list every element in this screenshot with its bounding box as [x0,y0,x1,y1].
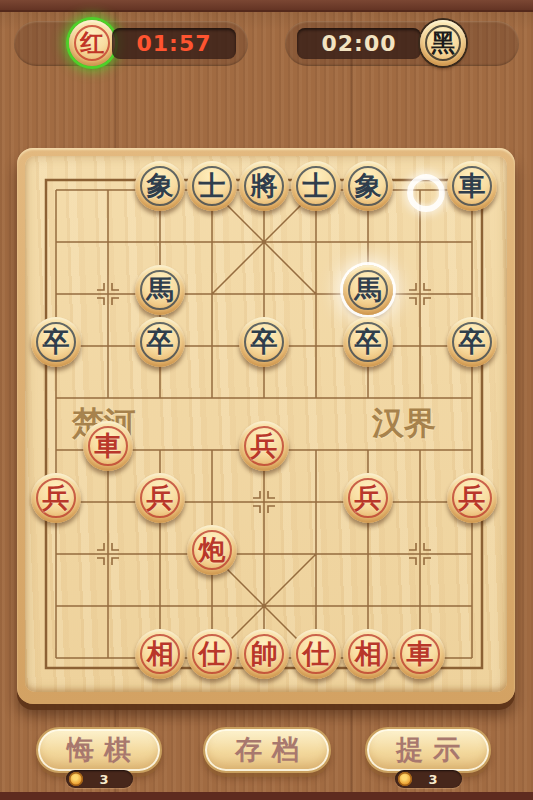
piece-character: 卒 [343,317,393,367]
black-timer: 02:00 [297,28,421,59]
black-soldier-piece[interactable]: 卒 [343,317,393,367]
black-horse-piece[interactable]: 馬 [343,265,393,315]
piece-character: 將 [239,161,289,211]
black-player-piece-indicator: 黑 [420,20,466,66]
piece-character: 卒 [447,317,497,367]
piece-character: 馬 [135,265,185,315]
red-soldier-piece[interactable]: 兵 [447,473,497,523]
hint-button[interactable]: 提示 [365,727,491,773]
piece-character: 相 [343,629,393,679]
piece-character: 兵 [135,473,185,523]
hint-button-group: 提示3 [365,727,491,788]
hint-cost-badge: 3 [395,770,462,788]
piece-character: 兵 [343,473,393,523]
red-soldier-piece[interactable]: 兵 [239,421,289,471]
black-soldier-piece[interactable]: 卒 [447,317,497,367]
black-timer-value: 02:00 [321,33,396,55]
piece-character: 兵 [31,473,81,523]
red-timer: 01:57 [112,28,236,59]
black-advisor-piece[interactable]: 士 [187,161,237,211]
red-elephant-piece[interactable]: 相 [135,629,185,679]
undo-cost-badge: 3 [66,770,133,788]
piece-character: 兵 [239,421,289,471]
black-soldier-piece[interactable]: 卒 [135,317,185,367]
coin-icon [69,772,83,786]
xiangqi-game-screen: 红 01:57 02:00 黑 楚河 汉界 象士將士象車馬馬卒卒卒卒卒車兵兵兵兵… [0,0,533,800]
black-elephant-piece[interactable]: 象 [343,161,393,211]
red-cannon-piece[interactable]: 炮 [187,525,237,575]
undo-button-label: 悔棋 [57,737,141,764]
black-soldier-piece[interactable]: 卒 [239,317,289,367]
piece-character: 車 [447,161,497,211]
black-elephant-piece[interactable]: 象 [135,161,185,211]
black-horse-piece[interactable]: 馬 [135,265,185,315]
piece-character: 仕 [291,629,341,679]
red-timer-value: 01:57 [136,33,211,55]
red-soldier-piece[interactable]: 兵 [343,473,393,523]
red-player-label: 红 [69,20,115,66]
piece-character: 炮 [187,525,237,575]
coin-icon [398,772,412,786]
piece-character: 卒 [135,317,185,367]
piece-character: 卒 [239,317,289,367]
piece-character: 士 [291,161,341,211]
save-button-label: 存档 [225,737,309,764]
black-player-label: 黑 [420,20,466,66]
undo-button[interactable]: 悔棋 [36,727,162,773]
piece-character: 車 [395,629,445,679]
black-general-piece[interactable]: 將 [239,161,289,211]
black-soldier-piece[interactable]: 卒 [31,317,81,367]
piece-character: 兵 [447,473,497,523]
piece-character: 馬 [343,265,393,315]
top-band [0,0,533,12]
red-soldier-piece[interactable]: 兵 [31,473,81,523]
red-advisor-piece[interactable]: 仕 [291,629,341,679]
river-label-right: 汉界 [372,407,458,439]
undo-button-group: 悔棋3 [36,727,162,788]
save-button-group: 存档 [203,727,331,773]
last-move-origin-marker [407,174,445,212]
bottom-band [0,792,533,800]
piece-character: 士 [187,161,237,211]
piece-character: 相 [135,629,185,679]
piece-character: 象 [343,161,393,211]
red-chariot-piece[interactable]: 車 [83,421,133,471]
piece-character: 仕 [187,629,237,679]
piece-character: 帥 [239,629,289,679]
save-button[interactable]: 存档 [203,727,331,773]
red-soldier-piece[interactable]: 兵 [135,473,185,523]
red-advisor-piece[interactable]: 仕 [187,629,237,679]
hint-button-label: 提示 [386,737,470,764]
piece-character: 車 [83,421,133,471]
red-elephant-piece[interactable]: 相 [343,629,393,679]
black-chariot-piece[interactable]: 車 [447,161,497,211]
red-chariot-piece[interactable]: 車 [395,629,445,679]
red-general-piece[interactable]: 帥 [239,629,289,679]
piece-character: 象 [135,161,185,211]
red-player-piece-indicator: 红 [69,20,115,66]
piece-character: 卒 [31,317,81,367]
black-advisor-piece[interactable]: 士 [291,161,341,211]
